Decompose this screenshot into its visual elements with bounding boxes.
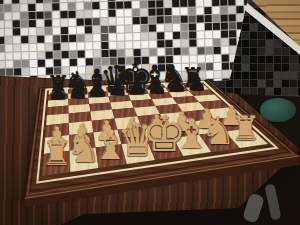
piece-black-pawn-a7: ♟ [48, 80, 69, 103]
photo-chess-set-scene: ♜♞♝♛♚♝♞♜♟♟♟♟♟♟♟♟♟♟♟♟♟♟♟♟♜♞♝♛♚♝♞♜ [0, 0, 300, 225]
piece-black-pawn-b7: ♟ [68, 79, 89, 102]
piece-black-pawn-f7: ♟ [147, 74, 168, 97]
piece-black-pawn-h7: ♟ [187, 71, 208, 94]
piece-black-pawn-g7: ♟ [167, 73, 188, 96]
piece-white-rook-h1: ♜ [230, 112, 260, 146]
piece-black-pawn-e7: ♟ [127, 75, 148, 98]
piece-black-pawn-d7: ♟ [107, 76, 128, 99]
piece-black-pawn-c7: ♟ [87, 78, 108, 101]
chess-pieces: ♜♞♝♛♚♝♞♜♟♟♟♟♟♟♟♟♟♟♟♟♟♟♟♟♜♞♝♛♚♝♞♜ [0, 0, 300, 225]
